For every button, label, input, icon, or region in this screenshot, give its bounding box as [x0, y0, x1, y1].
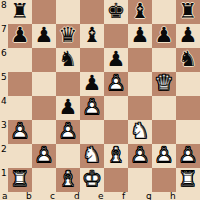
piece-white-pawn-f2[interactable]: ♟♙	[128, 144, 152, 168]
file-label-h: h	[170, 192, 194, 200]
pawn-glyph: ♟	[80, 72, 104, 96]
rank-label-3: 3	[0, 120, 8, 144]
square-h2[interactable]: ♟♙	[176, 144, 200, 168]
square-h1[interactable]: ♜♖	[176, 168, 200, 192]
pawn-glyph: ♟	[128, 24, 152, 48]
rook-outline-glyph: ♖	[176, 168, 200, 192]
square-c8[interactable]	[56, 0, 80, 24]
square-e3[interactable]	[104, 120, 128, 144]
square-f7[interactable]: ♟	[128, 24, 152, 48]
square-d4[interactable]: ♟♙	[80, 96, 104, 120]
rank-label-1: 1	[0, 168, 8, 192]
piece-black-pawn-a7[interactable]: ♟	[8, 24, 32, 48]
square-b4[interactable]	[32, 96, 56, 120]
piece-black-pawn-h7[interactable]: ♟	[176, 24, 200, 48]
file-coordinates: abcdefgh	[8, 192, 200, 200]
knight-outline-glyph: ♘	[80, 144, 104, 168]
square-g5[interactable]: ♛♕	[152, 72, 176, 96]
square-g4[interactable]	[152, 96, 176, 120]
square-b1[interactable]	[32, 168, 56, 192]
square-g2[interactable]: ♟♙	[152, 144, 176, 168]
rank-label-5: 5	[0, 72, 8, 96]
piece-white-pawn-h2[interactable]: ♟♙	[176, 144, 200, 168]
piece-white-pawn-g2[interactable]: ♟♙	[152, 144, 176, 168]
square-a5[interactable]	[8, 72, 32, 96]
square-e2[interactable]: ♝♗	[104, 144, 128, 168]
square-c2[interactable]	[56, 144, 80, 168]
piece-white-pawn-c3[interactable]: ♟♙	[56, 120, 80, 144]
bishop-outline-glyph: ♗	[104, 144, 128, 168]
pawn-glyph: ♟	[56, 96, 80, 120]
bishop-glyph: ♝	[80, 24, 104, 48]
file-label-a: a	[2, 192, 26, 200]
square-f8[interactable]: ♝	[128, 0, 152, 24]
square-h5[interactable]	[176, 72, 200, 96]
piece-black-knight-h6[interactable]: ♞	[176, 48, 200, 72]
rank-label-2: 2	[0, 144, 8, 168]
square-c4[interactable]: ♟	[56, 96, 80, 120]
file-label-e: e	[98, 192, 122, 200]
piece-white-queen-g5[interactable]: ♛♕	[152, 72, 176, 96]
file-label-b: b	[26, 192, 50, 200]
pawn-outline-glyph: ♙	[56, 120, 80, 144]
square-d1[interactable]: ♚♔	[80, 168, 104, 192]
pawn-outline-glyph: ♙	[80, 96, 104, 120]
file-label-f: f	[122, 192, 146, 200]
square-h6[interactable]: ♞	[176, 48, 200, 72]
square-c7[interactable]: ♛	[56, 24, 80, 48]
rook-glyph: ♜	[8, 0, 32, 24]
square-b3[interactable]	[32, 120, 56, 144]
piece-white-knight-d2[interactable]: ♞♘	[80, 144, 104, 168]
piece-white-bishop-e2[interactable]: ♝♗	[104, 144, 128, 168]
pawn-outline-glyph: ♙	[128, 144, 152, 168]
square-b5[interactable]	[32, 72, 56, 96]
square-b6[interactable]	[32, 48, 56, 72]
square-c1[interactable]: ♝♗	[56, 168, 80, 192]
square-e6[interactable]: ♟	[104, 48, 128, 72]
piece-black-pawn-d5[interactable]: ♟	[80, 72, 104, 96]
square-g1[interactable]	[152, 168, 176, 192]
piece-white-rook-h1[interactable]: ♜♖	[176, 168, 200, 192]
queen-outline-glyph: ♕	[152, 72, 176, 96]
square-g6[interactable]	[152, 48, 176, 72]
piece-white-rook-a1[interactable]: ♜♖	[8, 168, 32, 192]
piece-white-bishop-c1[interactable]: ♝♗	[56, 168, 80, 192]
piece-black-bishop-f8[interactable]: ♝	[128, 0, 152, 24]
square-f2[interactable]: ♟♙	[128, 144, 152, 168]
square-f1[interactable]	[128, 168, 152, 192]
rank-label-4: 4	[0, 96, 8, 120]
square-b8[interactable]	[32, 0, 56, 24]
square-e8[interactable]: ♚	[104, 0, 128, 24]
piece-black-pawn-g7[interactable]: ♟	[152, 24, 176, 48]
file-label-g: g	[146, 192, 170, 200]
square-f4[interactable]	[128, 96, 152, 120]
square-a7[interactable]: ♟	[8, 24, 32, 48]
rank-label-8: 8	[0, 0, 8, 24]
piece-black-rook-h8[interactable]: ♜	[176, 0, 200, 24]
square-a6[interactable]	[8, 48, 32, 72]
pawn-outline-glyph: ♙	[176, 144, 200, 168]
square-h8[interactable]: ♜	[176, 0, 200, 24]
pawn-outline-glyph: ♙	[152, 144, 176, 168]
square-b2[interactable]: ♟♙	[32, 144, 56, 168]
piece-black-pawn-f7[interactable]: ♟	[128, 24, 152, 48]
square-e1[interactable]	[104, 168, 128, 192]
bishop-glyph: ♝	[128, 0, 152, 24]
piece-black-rook-a8[interactable]: ♜	[8, 0, 32, 24]
square-a3[interactable]: ♟♙	[8, 120, 32, 144]
knight-glyph: ♞	[176, 48, 200, 72]
chess-board-screenshot: 87654321 ♜♚♝♜♟♟♛♝♟♟♟♞♟♞♟♟♙♛♕♟♟♙♟♙♟♙♞♘♟♙♞…	[0, 0, 200, 200]
piece-black-bishop-d7[interactable]: ♝	[80, 24, 104, 48]
square-a8[interactable]: ♜	[8, 0, 32, 24]
square-g3[interactable]	[152, 120, 176, 144]
square-e7[interactable]	[104, 24, 128, 48]
rank-coordinates: 87654321	[0, 0, 8, 192]
square-a1[interactable]: ♜♖	[8, 168, 32, 192]
square-f3[interactable]: ♞♘	[128, 120, 152, 144]
board-squares: ♜♚♝♜♟♟♛♝♟♟♟♞♟♞♟♟♙♛♕♟♟♙♟♙♟♙♞♘♟♙♞♘♝♗♟♙♟♙♟♙…	[8, 0, 200, 192]
square-d8[interactable]	[80, 0, 104, 24]
king-glyph: ♚	[104, 0, 128, 24]
square-f6[interactable]	[128, 48, 152, 72]
square-h7[interactable]: ♟	[176, 24, 200, 48]
square-d7[interactable]: ♝	[80, 24, 104, 48]
pawn-glyph: ♟	[104, 48, 128, 72]
piece-white-pawn-e5[interactable]: ♟♙	[104, 72, 128, 96]
square-g7[interactable]: ♟	[152, 24, 176, 48]
piece-black-knight-c6[interactable]: ♞	[56, 48, 80, 72]
square-d5[interactable]: ♟	[80, 72, 104, 96]
piece-black-pawn-e6[interactable]: ♟	[104, 48, 128, 72]
pawn-outline-glyph: ♙	[32, 144, 56, 168]
rank-label-7: 7	[0, 24, 8, 48]
rook-glyph: ♜	[176, 0, 200, 24]
rank-label-6: 6	[0, 48, 8, 72]
knight-outline-glyph: ♘	[128, 120, 152, 144]
square-a4[interactable]	[8, 96, 32, 120]
pawn-glyph: ♟	[152, 24, 176, 48]
square-h3[interactable]	[176, 120, 200, 144]
square-h4[interactable]	[176, 96, 200, 120]
piece-black-pawn-b7[interactable]: ♟	[32, 24, 56, 48]
square-b7[interactable]: ♟	[32, 24, 56, 48]
piece-black-pawn-c4[interactable]: ♟	[56, 96, 80, 120]
square-f5[interactable]	[128, 72, 152, 96]
square-e5[interactable]: ♟♙	[104, 72, 128, 96]
pawn-outline-glyph: ♙	[8, 120, 32, 144]
pawn-glyph: ♟	[8, 24, 32, 48]
piece-black-queen-c7[interactable]: ♛	[56, 24, 80, 48]
pawn-outline-glyph: ♙	[104, 72, 128, 96]
piece-black-king-e8[interactable]: ♚	[104, 0, 128, 24]
queen-glyph: ♛	[56, 24, 80, 48]
pawn-glyph: ♟	[32, 24, 56, 48]
piece-white-king-d1[interactable]: ♚♔	[80, 168, 104, 192]
square-c3[interactable]: ♟♙	[56, 120, 80, 144]
pawn-glyph: ♟	[176, 24, 200, 48]
file-label-c: c	[50, 192, 74, 200]
square-c6[interactable]: ♞	[56, 48, 80, 72]
bishop-outline-glyph: ♗	[56, 168, 80, 192]
square-c5[interactable]	[56, 72, 80, 96]
square-g8[interactable]	[152, 0, 176, 24]
file-label-d: d	[74, 192, 98, 200]
rook-outline-glyph: ♖	[8, 168, 32, 192]
knight-glyph: ♞	[56, 48, 80, 72]
piece-white-pawn-b2[interactable]: ♟♙	[32, 144, 56, 168]
piece-white-pawn-d4[interactable]: ♟♙	[80, 96, 104, 120]
king-outline-glyph: ♔	[80, 168, 104, 192]
square-d2[interactable]: ♞♘	[80, 144, 104, 168]
piece-white-pawn-a3[interactable]: ♟♙	[8, 120, 32, 144]
piece-white-knight-f3[interactable]: ♞♘	[128, 120, 152, 144]
square-e4[interactable]	[104, 96, 128, 120]
square-d6[interactable]	[80, 48, 104, 72]
square-d3[interactable]	[80, 120, 104, 144]
square-a2[interactable]	[8, 144, 32, 168]
